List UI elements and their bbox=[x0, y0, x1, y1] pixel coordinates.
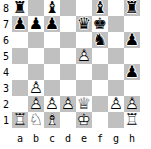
piece-white-pawn-fill: ♟ bbox=[28, 96, 44, 112]
piece-black-pawn: ♟ bbox=[12, 16, 28, 32]
piece-white-pawn: ♙ bbox=[108, 96, 124, 112]
piece-white-knight: ♘ bbox=[28, 112, 44, 128]
piece-black-bishop: ♝ bbox=[44, 0, 60, 16]
file-label-f: f bbox=[92, 131, 108, 147]
square-c8[interactable]: ♝ bbox=[44, 0, 60, 16]
rank-label-1: 1 bbox=[0, 112, 12, 128]
piece-black-rook: ♜ bbox=[12, 0, 28, 16]
piece-white-pawn: ♙ bbox=[28, 80, 44, 96]
piece-black-bishop: ♝ bbox=[92, 0, 108, 16]
square-h3[interactable] bbox=[124, 80, 140, 96]
piece-white-pawn-fill: ♟ bbox=[108, 96, 124, 112]
square-g2[interactable]: ♟♙ bbox=[108, 96, 124, 112]
square-d6[interactable] bbox=[60, 32, 76, 48]
piece-black-knight: ♞ bbox=[92, 32, 108, 48]
square-f4[interactable] bbox=[92, 64, 108, 80]
square-b5[interactable] bbox=[28, 48, 44, 64]
piece-white-bishop-fill: ♝ bbox=[44, 112, 60, 128]
piece-white-pawn: ♙ bbox=[44, 96, 60, 112]
square-e3[interactable] bbox=[76, 80, 92, 96]
square-f3[interactable] bbox=[92, 80, 108, 96]
square-a8[interactable]: ♜ bbox=[12, 0, 28, 16]
square-b3[interactable]: ♟♙ bbox=[28, 80, 44, 96]
square-h6[interactable]: ♟ bbox=[124, 32, 140, 48]
square-a1[interactable]: ♜♖ bbox=[12, 112, 28, 128]
square-g1[interactable] bbox=[108, 112, 124, 128]
square-g3[interactable] bbox=[108, 80, 124, 96]
square-c4[interactable] bbox=[44, 64, 60, 80]
rank-label-7: 7 bbox=[0, 16, 12, 32]
square-f6[interactable]: ♞ bbox=[92, 32, 108, 48]
piece-white-pawn-fill: ♟ bbox=[124, 96, 140, 112]
square-a3[interactable] bbox=[12, 80, 28, 96]
file-labels: abcdefgh bbox=[12, 131, 140, 147]
square-h2[interactable]: ♟♙ bbox=[124, 96, 140, 112]
square-c3[interactable] bbox=[44, 80, 60, 96]
board: ♜♝♝♜♟♟♟♛♚♞♟♟♙♟♟♙♟♙♟♙♟♙♛♕♟♙♟♙♜♖♞♘♝♗♚♔♜♖ bbox=[12, 0, 140, 128]
square-g6[interactable] bbox=[108, 32, 124, 48]
square-f1[interactable] bbox=[92, 112, 108, 128]
piece-white-rook: ♖ bbox=[12, 112, 28, 128]
square-h4[interactable]: ♟ bbox=[124, 64, 140, 80]
piece-white-rook-fill: ♜ bbox=[124, 112, 140, 128]
square-h1[interactable]: ♜♖ bbox=[124, 112, 140, 128]
piece-white-pawn-fill: ♟ bbox=[28, 80, 44, 96]
square-h8[interactable]: ♜ bbox=[124, 0, 140, 16]
square-f2[interactable] bbox=[92, 96, 108, 112]
piece-black-pawn: ♟ bbox=[44, 16, 60, 32]
piece-white-pawn-fill: ♟ bbox=[60, 96, 76, 112]
square-b2[interactable]: ♟♙ bbox=[28, 96, 44, 112]
piece-white-rook: ♖ bbox=[124, 112, 140, 128]
piece-white-pawn: ♙ bbox=[28, 96, 44, 112]
square-e5[interactable]: ♟♙ bbox=[76, 48, 92, 64]
piece-white-rook-fill: ♜ bbox=[12, 112, 28, 128]
square-e2[interactable]: ♛♕ bbox=[76, 96, 92, 112]
rank-label-3: 3 bbox=[0, 80, 12, 96]
piece-white-king: ♔ bbox=[76, 112, 92, 128]
square-a2[interactable] bbox=[12, 96, 28, 112]
rank-label-2: 2 bbox=[0, 96, 12, 112]
rank-label-6: 6 bbox=[0, 32, 12, 48]
square-b8[interactable] bbox=[28, 0, 44, 16]
piece-white-pawn: ♙ bbox=[60, 96, 76, 112]
file-label-b: b bbox=[28, 131, 44, 147]
square-g7[interactable] bbox=[108, 16, 124, 32]
piece-white-king-fill: ♚ bbox=[76, 112, 92, 128]
square-g8[interactable] bbox=[108, 0, 124, 16]
rank-label-8: 8 bbox=[0, 0, 12, 16]
square-e4[interactable] bbox=[76, 64, 92, 80]
piece-black-pawn: ♟ bbox=[28, 16, 44, 32]
square-g4[interactable] bbox=[108, 64, 124, 80]
square-d8[interactable] bbox=[60, 0, 76, 16]
square-d2[interactable]: ♟♙ bbox=[60, 96, 76, 112]
piece-black-pawn: ♟ bbox=[124, 32, 140, 48]
piece-white-pawn: ♙ bbox=[124, 96, 140, 112]
piece-white-queen: ♕ bbox=[76, 96, 92, 112]
piece-white-queen-fill: ♛ bbox=[76, 96, 92, 112]
piece-black-rook: ♜ bbox=[124, 0, 140, 16]
piece-black-king: ♚ bbox=[92, 16, 108, 32]
square-d1[interactable] bbox=[60, 112, 76, 128]
file-label-h: h bbox=[124, 131, 140, 147]
square-e1[interactable]: ♚♔ bbox=[76, 112, 92, 128]
square-b4[interactable] bbox=[28, 64, 44, 80]
square-f7[interactable]: ♚ bbox=[92, 16, 108, 32]
file-label-e: e bbox=[76, 131, 92, 147]
square-b6[interactable] bbox=[28, 32, 44, 48]
square-a5[interactable] bbox=[12, 48, 28, 64]
piece-white-pawn: ♙ bbox=[76, 48, 92, 64]
file-label-g: g bbox=[108, 131, 124, 147]
square-g5[interactable] bbox=[108, 48, 124, 64]
square-f8[interactable]: ♝ bbox=[92, 0, 108, 16]
rank-labels: 87654321 bbox=[0, 0, 12, 128]
square-f5[interactable] bbox=[92, 48, 108, 64]
square-a7[interactable]: ♟ bbox=[12, 16, 28, 32]
square-c2[interactable]: ♟♙ bbox=[44, 96, 60, 112]
piece-white-pawn-fill: ♟ bbox=[44, 96, 60, 112]
piece-black-pawn: ♟ bbox=[124, 64, 140, 80]
square-d5[interactable] bbox=[60, 48, 76, 64]
piece-white-bishop: ♗ bbox=[44, 112, 60, 128]
square-a4[interactable] bbox=[12, 64, 28, 80]
square-d4[interactable] bbox=[60, 64, 76, 80]
piece-black-queen: ♛ bbox=[76, 16, 92, 32]
chessboard-app: 87654321 ♜♝♝♜♟♟♟♛♚♞♟♟♙♟♟♙♟♙♟♙♟♙♛♕♟♙♟♙♜♖♞… bbox=[0, 0, 151, 149]
rank-label-4: 4 bbox=[0, 64, 12, 80]
square-b1[interactable]: ♞♘ bbox=[28, 112, 44, 128]
square-h5[interactable] bbox=[124, 48, 140, 64]
piece-white-pawn-fill: ♟ bbox=[76, 48, 92, 64]
file-label-a: a bbox=[12, 131, 28, 147]
square-c5[interactable] bbox=[44, 48, 60, 64]
square-b7[interactable]: ♟ bbox=[28, 16, 44, 32]
piece-white-knight-fill: ♞ bbox=[28, 112, 44, 128]
square-d3[interactable] bbox=[60, 80, 76, 96]
square-e8[interactable] bbox=[76, 0, 92, 16]
file-label-d: d bbox=[60, 131, 76, 147]
square-e6[interactable] bbox=[76, 32, 92, 48]
rank-label-5: 5 bbox=[0, 48, 12, 64]
square-d7[interactable] bbox=[60, 16, 76, 32]
square-e7[interactable]: ♛ bbox=[76, 16, 92, 32]
square-h7[interactable] bbox=[124, 16, 140, 32]
file-label-c: c bbox=[44, 131, 60, 147]
square-a6[interactable] bbox=[12, 32, 28, 48]
square-c6[interactable] bbox=[44, 32, 60, 48]
square-c7[interactable]: ♟ bbox=[44, 16, 60, 32]
square-c1[interactable]: ♝♗ bbox=[44, 112, 60, 128]
